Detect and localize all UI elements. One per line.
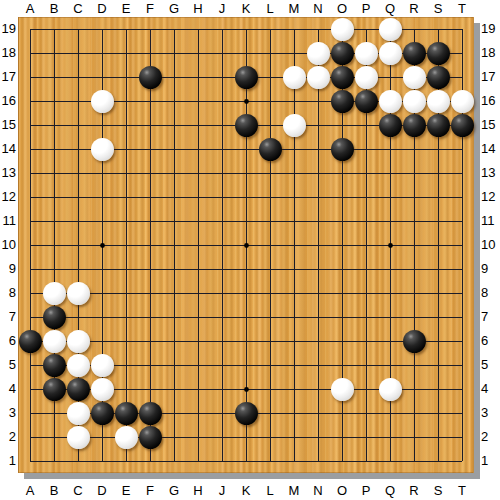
coord-top-J: J <box>210 1 234 17</box>
stone-black-t15[interactable] <box>451 114 474 137</box>
stone-black-o18[interactable] <box>331 42 354 65</box>
coord-bottom-Q: Q <box>378 483 402 499</box>
stone-white-r17[interactable] <box>403 66 426 89</box>
coord-top-Q: Q <box>378 1 402 17</box>
coord-bottom-P: P <box>354 483 378 499</box>
coord-right-5: 5 <box>481 357 500 373</box>
coord-top-H: H <box>186 1 210 17</box>
coord-left-5: 5 <box>0 357 16 373</box>
star-point <box>100 243 105 248</box>
coord-right-3: 3 <box>481 405 500 421</box>
coord-top-C: C <box>66 1 90 17</box>
coord-right-18: 18 <box>481 45 500 61</box>
stone-white-c2[interactable] <box>67 426 90 449</box>
stone-black-b5[interactable] <box>43 354 66 377</box>
stone-white-m17[interactable] <box>283 66 306 89</box>
stone-black-q15[interactable] <box>379 114 402 137</box>
stone-white-m15[interactable] <box>283 114 306 137</box>
stone-black-f2[interactable] <box>139 426 162 449</box>
coord-top-R: R <box>402 1 426 17</box>
coord-right-4: 4 <box>481 381 500 397</box>
stone-black-k3[interactable] <box>235 402 258 425</box>
coord-top-P: P <box>354 1 378 17</box>
coord-top-D: D <box>90 1 114 17</box>
coord-right-19: 19 <box>481 21 500 37</box>
star-point <box>388 243 393 248</box>
coord-left-1: 1 <box>0 453 16 469</box>
stone-white-n17[interactable] <box>307 66 330 89</box>
coord-right-13: 13 <box>481 165 500 181</box>
stone-white-d16[interactable] <box>91 90 114 113</box>
coord-right-6: 6 <box>481 333 500 349</box>
coord-bottom-E: E <box>114 483 138 499</box>
coord-left-8: 8 <box>0 285 16 301</box>
coord-left-16: 16 <box>0 93 16 109</box>
coord-top-K: K <box>234 1 258 17</box>
coord-bottom-K: K <box>234 483 258 499</box>
stone-white-p18[interactable] <box>355 42 378 65</box>
coord-bottom-N: N <box>306 483 330 499</box>
star-point <box>244 243 249 248</box>
coord-bottom-S: S <box>426 483 450 499</box>
coord-right-12: 12 <box>481 189 500 205</box>
coord-right-14: 14 <box>481 141 500 157</box>
stone-white-r16[interactable] <box>403 90 426 113</box>
stone-black-e3[interactable] <box>115 402 138 425</box>
stone-white-c8[interactable] <box>67 282 90 305</box>
stone-black-p16[interactable] <box>355 90 378 113</box>
coord-bottom-R: R <box>402 483 426 499</box>
coord-top-M: M <box>282 1 306 17</box>
coord-left-4: 4 <box>0 381 16 397</box>
coord-left-2: 2 <box>0 429 16 445</box>
coord-left-14: 14 <box>0 141 16 157</box>
coord-bottom-G: G <box>162 483 186 499</box>
coord-top-A: A <box>18 1 42 17</box>
coord-left-6: 6 <box>0 333 16 349</box>
stone-black-s15[interactable] <box>427 114 450 137</box>
stone-white-e2[interactable] <box>115 426 138 449</box>
star-point <box>244 387 249 392</box>
coord-left-18: 18 <box>0 45 16 61</box>
stone-black-k15[interactable] <box>235 114 258 137</box>
stone-black-d3[interactable] <box>91 402 114 425</box>
stone-black-r18[interactable] <box>403 42 426 65</box>
coord-bottom-C: C <box>66 483 90 499</box>
coord-bottom-M: M <box>282 483 306 499</box>
coord-bottom-T: T <box>450 483 474 499</box>
coord-top-N: N <box>306 1 330 17</box>
stone-black-s18[interactable] <box>427 42 450 65</box>
stone-white-c5[interactable] <box>67 354 90 377</box>
coord-left-13: 13 <box>0 165 16 181</box>
coord-top-L: L <box>258 1 282 17</box>
stone-white-n18[interactable] <box>307 42 330 65</box>
stone-black-r6[interactable] <box>403 330 426 353</box>
coord-top-G: G <box>162 1 186 17</box>
stone-white-p17[interactable] <box>355 66 378 89</box>
coord-right-1: 1 <box>481 453 500 469</box>
coord-bottom-H: H <box>186 483 210 499</box>
stone-white-s16[interactable] <box>427 90 450 113</box>
coord-right-10: 10 <box>481 237 500 253</box>
coord-bottom-B: B <box>42 483 66 499</box>
coord-top-E: E <box>114 1 138 17</box>
stone-white-t16[interactable] <box>451 90 474 113</box>
coord-left-11: 11 <box>0 213 16 229</box>
coord-right-11: 11 <box>481 213 500 229</box>
coord-bottom-F: F <box>138 483 162 499</box>
stone-white-q18[interactable] <box>379 42 402 65</box>
stone-white-d14[interactable] <box>91 138 114 161</box>
coord-right-7: 7 <box>481 309 500 325</box>
coord-right-15: 15 <box>481 117 500 133</box>
stone-black-f3[interactable] <box>139 402 162 425</box>
coord-left-7: 7 <box>0 309 16 325</box>
coord-top-F: F <box>138 1 162 17</box>
stone-black-a6[interactable] <box>19 330 42 353</box>
coord-right-17: 17 <box>481 69 500 85</box>
coord-top-O: O <box>330 1 354 17</box>
stone-black-o17[interactable] <box>331 66 354 89</box>
coord-bottom-J: J <box>210 483 234 499</box>
coord-left-10: 10 <box>0 237 16 253</box>
stone-black-f17[interactable] <box>139 66 162 89</box>
coord-top-B: B <box>42 1 66 17</box>
coord-left-12: 12 <box>0 189 16 205</box>
stone-black-b7[interactable] <box>43 306 66 329</box>
stone-white-q4[interactable] <box>379 378 402 401</box>
go-application-window: ABCDEFGHJKLMNOPQRST ABCDEFGHJKLMNOPQRST … <box>0 0 500 500</box>
stone-white-q19[interactable] <box>379 18 402 41</box>
coord-bottom-D: D <box>90 483 114 499</box>
coord-right-16: 16 <box>481 93 500 109</box>
stone-white-d5[interactable] <box>91 354 114 377</box>
coord-right-8: 8 <box>481 285 500 301</box>
stone-white-c6[interactable] <box>67 330 90 353</box>
coord-left-19: 19 <box>0 21 16 37</box>
coord-bottom-A: A <box>18 483 42 499</box>
stone-white-b6[interactable] <box>43 330 66 353</box>
coord-top-T: T <box>450 1 474 17</box>
coord-bottom-O: O <box>330 483 354 499</box>
stone-black-k17[interactable] <box>235 66 258 89</box>
go-board[interactable] <box>18 17 474 473</box>
coord-top-S: S <box>426 1 450 17</box>
coord-left-9: 9 <box>0 261 16 277</box>
coord-left-15: 15 <box>0 117 16 133</box>
star-point <box>244 99 249 104</box>
stone-white-o19[interactable] <box>331 18 354 41</box>
stone-white-b8[interactable] <box>43 282 66 305</box>
stone-white-d4[interactable] <box>91 378 114 401</box>
stone-white-o4[interactable] <box>331 378 354 401</box>
coord-left-3: 3 <box>0 405 16 421</box>
coord-bottom-L: L <box>258 483 282 499</box>
coord-right-2: 2 <box>481 429 500 445</box>
stone-black-c4[interactable] <box>67 378 90 401</box>
stone-black-o14[interactable] <box>331 138 354 161</box>
stone-black-l14[interactable] <box>259 138 282 161</box>
stone-black-s17[interactable] <box>427 66 450 89</box>
stone-white-q16[interactable] <box>379 90 402 113</box>
stone-black-b4[interactable] <box>43 378 66 401</box>
stone-black-r15[interactable] <box>403 114 426 137</box>
stone-white-c3[interactable] <box>67 402 90 425</box>
coord-left-17: 17 <box>0 69 16 85</box>
coord-right-9: 9 <box>481 261 500 277</box>
stone-black-o16[interactable] <box>331 90 354 113</box>
